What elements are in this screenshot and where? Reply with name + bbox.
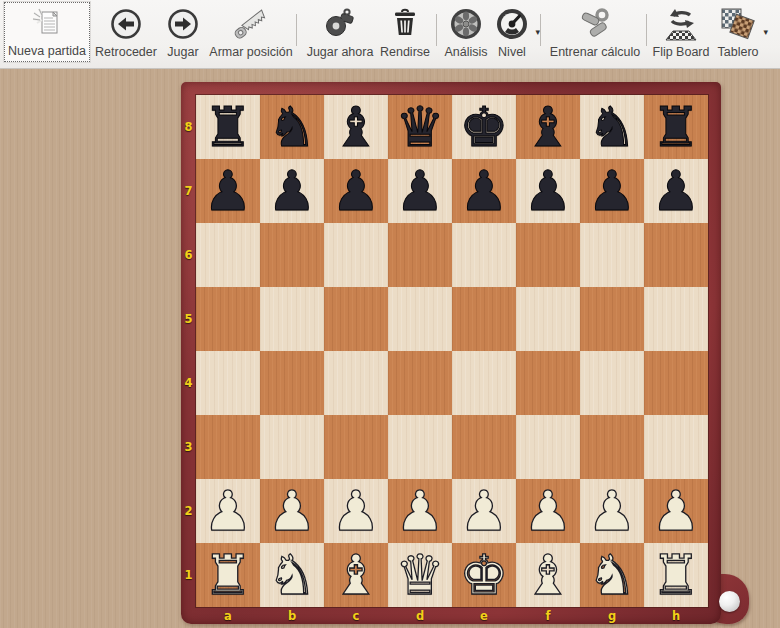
black-pawn[interactable]: ♟ — [203, 160, 252, 222]
reel-wheel-icon — [447, 2, 485, 45]
square-e4[interactable] — [452, 351, 516, 415]
black-king[interactable]: ♚ — [459, 96, 508, 158]
arrow-right-icon — [165, 2, 201, 45]
square-h8[interactable]: ♜ — [644, 95, 708, 159]
toolbar-separator — [296, 14, 297, 46]
square-h1[interactable]: ♜ — [644, 543, 708, 607]
file-labels: abcdefgh — [196, 607, 708, 624]
resign-button[interactable]: Rendirse — [378, 2, 432, 62]
square-d7[interactable]: ♟ — [388, 159, 452, 223]
square-a2[interactable]: ♟ — [196, 479, 260, 543]
white-rook[interactable]: ♜ — [651, 544, 700, 606]
black-pawn[interactable]: ♟ — [587, 160, 636, 222]
square-a8[interactable]: ♜ — [196, 95, 260, 159]
square-d5[interactable] — [388, 287, 452, 351]
black-queen[interactable]: ♛ — [395, 96, 444, 158]
rank-label-8: 8 — [181, 95, 196, 159]
file-label-g: g — [580, 607, 644, 624]
square-g2[interactable]: ♟ — [580, 479, 644, 543]
square-a4[interactable] — [196, 351, 260, 415]
flip-board-button[interactable]: Flip Board — [650, 2, 712, 62]
new-game-label: Nueva partida — [8, 44, 86, 58]
black-pawn[interactable]: ♟ — [267, 160, 316, 222]
square-f5[interactable] — [516, 287, 580, 351]
train-calculation-label: Entrenar cálculo — [550, 45, 640, 59]
square-b1[interactable]: ♞ — [260, 543, 324, 607]
square-b3[interactable] — [260, 415, 324, 479]
square-h6[interactable] — [644, 223, 708, 287]
black-pawn[interactable]: ♟ — [331, 160, 380, 222]
square-c2[interactable]: ♟ — [324, 479, 388, 543]
square-g6[interactable] — [580, 223, 644, 287]
black-pawn[interactable]: ♟ — [651, 160, 700, 222]
square-a5[interactable] — [196, 287, 260, 351]
square-g1[interactable]: ♞ — [580, 543, 644, 607]
train-calculation-button[interactable]: Entrenar cálculo — [546, 2, 644, 62]
square-d8[interactable]: ♛ — [388, 95, 452, 159]
square-g7[interactable]: ♟ — [580, 159, 644, 223]
square-f8[interactable]: ♝ — [516, 95, 580, 159]
chevron-down-icon: ▾ — [763, 27, 768, 37]
black-bishop[interactable]: ♝ — [331, 96, 380, 158]
rank-label-1: 1 — [181, 543, 196, 607]
square-g5[interactable] — [580, 287, 644, 351]
black-pawn[interactable]: ♟ — [395, 160, 444, 222]
board-grid: ♜♞♝♛♚♝♞♜♟♟♟♟♟♟♟♟♟♟♟♟♟♟♟♟♜♞♝♛♚♝♞♜ — [196, 95, 708, 607]
rank-label-5: 5 — [181, 287, 196, 351]
toolbar-separator — [646, 14, 647, 46]
arrow-left-icon — [108, 2, 144, 45]
stacked-boards-icon: ▾ — [718, 2, 758, 45]
square-f3[interactable] — [516, 415, 580, 479]
square-g3[interactable] — [580, 415, 644, 479]
rank-label-3: 3 — [181, 415, 196, 479]
white-turn-indicator-ball — [719, 591, 740, 612]
board-theme-button[interactable]: ▾ Tablero — [712, 2, 764, 62]
board-theme-label: Tablero — [718, 45, 759, 59]
square-h4[interactable] — [644, 351, 708, 415]
square-e7[interactable]: ♟ — [452, 159, 516, 223]
square-b4[interactable] — [260, 351, 324, 415]
play-button[interactable]: Jugar — [160, 2, 206, 62]
square-c4[interactable] — [324, 351, 388, 415]
chess-board: 87654321 ♜♞♝♛♚♝♞♜♟♟♟♟♟♟♟♟♟♟♟♟♟♟♟♟♜♞♝♛♚♝♞… — [181, 82, 721, 624]
white-queen[interactable]: ♛ — [395, 544, 444, 606]
square-h5[interactable] — [644, 287, 708, 351]
file-label-a: a — [196, 607, 260, 624]
square-c5[interactable] — [324, 287, 388, 351]
file-label-h: h — [644, 607, 708, 624]
square-e6[interactable] — [452, 223, 516, 287]
black-knight[interactable]: ♞ — [267, 96, 316, 158]
flip-board-label: Flip Board — [653, 45, 710, 59]
black-pawn[interactable]: ♟ — [459, 160, 508, 222]
analysis-button[interactable]: Análisis — [441, 2, 491, 62]
app-window: { "game": "chess", "position": "rnbqkbnr… — [0, 0, 780, 628]
step-back-label: Retroceder — [95, 45, 157, 59]
toolbar-separator — [540, 14, 541, 46]
saw-icon — [231, 2, 271, 45]
rank-label-2: 2 — [181, 479, 196, 543]
white-pawn[interactable]: ♟ — [203, 480, 252, 542]
square-f7[interactable]: ♟ — [516, 159, 580, 223]
white-pawn[interactable]: ♟ — [331, 480, 380, 542]
square-d4[interactable] — [388, 351, 452, 415]
square-h3[interactable] — [644, 415, 708, 479]
white-pawn[interactable]: ♟ — [523, 480, 572, 542]
square-h7[interactable]: ♟ — [644, 159, 708, 223]
black-bishop[interactable]: ♝ — [523, 96, 572, 158]
square-d1[interactable]: ♛ — [388, 543, 452, 607]
file-label-e: e — [452, 607, 516, 624]
gauge-icon: ▾ — [493, 2, 531, 45]
black-knight[interactable]: ♞ — [587, 96, 636, 158]
white-bishop[interactable]: ♝ — [523, 544, 572, 606]
play-now-button[interactable]: Jugar ahora — [300, 2, 380, 62]
square-b8[interactable]: ♞ — [260, 95, 324, 159]
black-rook[interactable]: ♜ — [651, 96, 700, 158]
flip-board-icon — [661, 2, 701, 45]
file-label-d: d — [388, 607, 452, 624]
step-back-button[interactable]: Retroceder — [94, 2, 158, 62]
analysis-label: Análisis — [444, 45, 487, 59]
square-c6[interactable] — [324, 223, 388, 287]
trash-icon — [388, 2, 422, 45]
square-d3[interactable] — [388, 415, 452, 479]
file-label-b: b — [260, 607, 324, 624]
square-e1[interactable]: ♚ — [452, 543, 516, 607]
square-c3[interactable] — [324, 415, 388, 479]
square-f2[interactable]: ♟ — [516, 479, 580, 543]
white-pawn[interactable]: ♟ — [395, 480, 444, 542]
square-d6[interactable] — [388, 223, 452, 287]
square-a7[interactable]: ♟ — [196, 159, 260, 223]
play-label: Jugar — [167, 45, 198, 59]
square-b5[interactable] — [260, 287, 324, 351]
square-e5[interactable] — [452, 287, 516, 351]
square-b6[interactable] — [260, 223, 324, 287]
square-b2[interactable]: ♟ — [260, 479, 324, 543]
white-pawn[interactable]: ♟ — [651, 480, 700, 542]
toolbar: Nueva partida Retroceder Jugar — [0, 0, 780, 69]
setup-position-button[interactable]: Armar posición — [206, 2, 296, 62]
black-rook[interactable]: ♜ — [203, 96, 252, 158]
square-f6[interactable] — [516, 223, 580, 287]
level-button[interactable]: ▾ Nivel — [492, 2, 532, 62]
square-d2[interactable]: ♟ — [388, 479, 452, 543]
square-h2[interactable]: ♟ — [644, 479, 708, 543]
square-f4[interactable] — [516, 351, 580, 415]
whistle-icon — [322, 2, 358, 45]
rank-labels: 87654321 — [181, 95, 196, 607]
square-g4[interactable] — [580, 351, 644, 415]
square-a6[interactable] — [196, 223, 260, 287]
file-label-f: f — [516, 607, 580, 624]
white-bishop[interactable]: ♝ — [331, 544, 380, 606]
toolbar-separator — [436, 14, 437, 46]
white-knight[interactable]: ♞ — [587, 544, 636, 606]
white-rook[interactable]: ♜ — [203, 544, 252, 606]
rank-label-6: 6 — [181, 223, 196, 287]
square-c1[interactable]: ♝ — [324, 543, 388, 607]
rank-label-7: 7 — [181, 159, 196, 223]
rank-label-4: 4 — [181, 351, 196, 415]
square-e8[interactable]: ♚ — [452, 95, 516, 159]
file-label-c: c — [324, 607, 388, 624]
white-pawn[interactable]: ♟ — [459, 480, 508, 542]
level-label: Nivel — [498, 45, 526, 59]
white-pawn[interactable]: ♟ — [587, 480, 636, 542]
square-g8[interactable]: ♞ — [580, 95, 644, 159]
square-e3[interactable] — [452, 415, 516, 479]
new-game-icon — [29, 3, 65, 44]
white-knight[interactable]: ♞ — [267, 544, 316, 606]
square-e2[interactable]: ♟ — [452, 479, 516, 543]
resign-label: Rendirse — [380, 45, 430, 59]
play-now-label: Jugar ahora — [307, 45, 374, 59]
square-c8[interactable]: ♝ — [324, 95, 388, 159]
white-king[interactable]: ♚ — [459, 544, 508, 606]
square-b7[interactable]: ♟ — [260, 159, 324, 223]
square-a1[interactable]: ♜ — [196, 543, 260, 607]
setup-position-label: Armar posición — [209, 45, 292, 59]
hand-grip-icon — [575, 2, 615, 45]
square-a3[interactable] — [196, 415, 260, 479]
square-c7[interactable]: ♟ — [324, 159, 388, 223]
black-pawn[interactable]: ♟ — [523, 160, 572, 222]
white-pawn[interactable]: ♟ — [267, 480, 316, 542]
new-game-button[interactable]: Nueva partida — [4, 2, 90, 62]
square-f1[interactable]: ♝ — [516, 543, 580, 607]
